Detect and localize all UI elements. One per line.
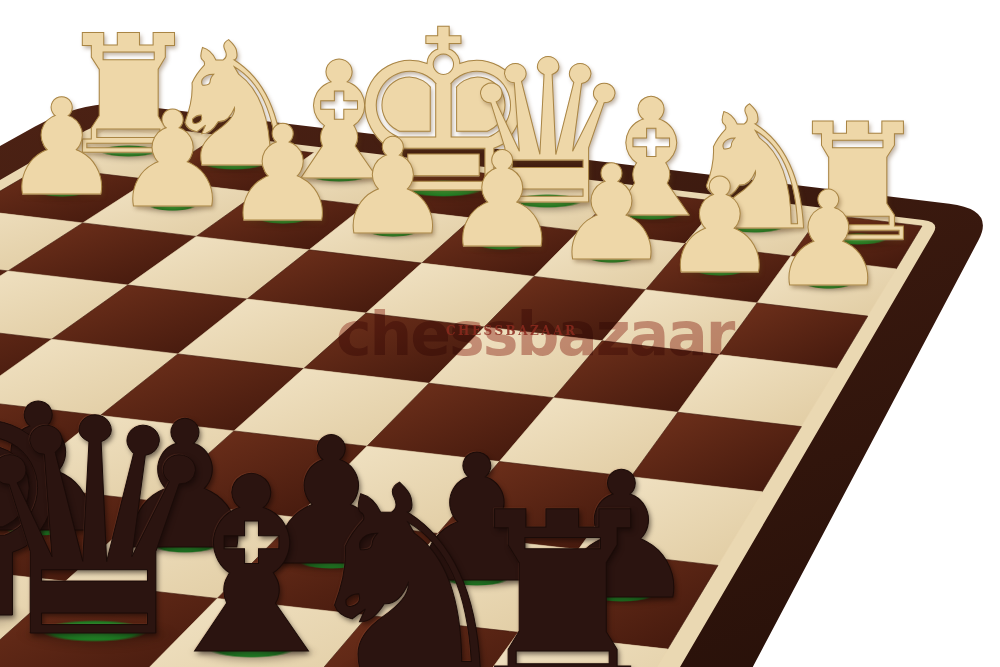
chess-set-photo: ♜♞♝♛♚♟♟♟♟♟♟♟♟♟♟♟♟♟♜♞♝♛♚♝♞♜ chessbazaar C…: [0, 0, 1000, 667]
watermark-small: CHESSBAZAAR: [446, 324, 577, 338]
white-pawn-glyph: ♟: [763, 174, 895, 306]
piece-white-pawn-a2[interactable]: ♟: [763, 174, 895, 306]
piece-black-rook-a8[interactable]: ♜: [442, 481, 684, 667]
black-rook-glyph: ♜: [442, 481, 684, 667]
